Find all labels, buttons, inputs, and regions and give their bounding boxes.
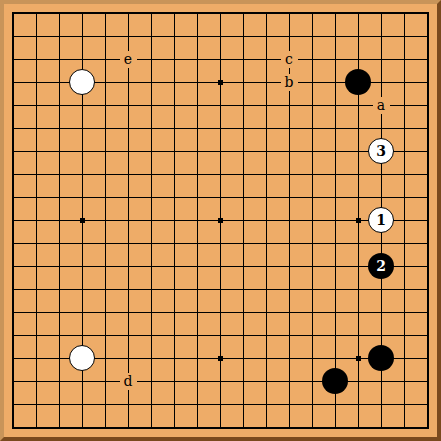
hoshi-star-point (218, 356, 223, 361)
hoshi-star-point (356, 218, 361, 223)
point-label-d[interactable]: d (120, 373, 137, 390)
black-stone-2[interactable]: 2 (368, 253, 394, 279)
white-stone[interactable] (69, 345, 95, 371)
hoshi-star-point (218, 218, 223, 223)
black-stone[interactable] (368, 345, 394, 371)
white-stone-1[interactable]: 1 (368, 207, 394, 233)
go-board[interactable]: ecbad312 (2, 2, 439, 439)
white-stone-3[interactable]: 3 (368, 138, 394, 164)
hoshi-star-point (80, 218, 85, 223)
point-label-a[interactable]: a (373, 97, 390, 114)
hoshi-star-point (356, 356, 361, 361)
hoshi-star-point (218, 80, 223, 85)
point-label-c[interactable]: c (281, 51, 298, 68)
point-label-b[interactable]: b (281, 74, 298, 91)
goban-frame: ecbad312 (0, 0, 441, 441)
point-label-e[interactable]: e (120, 51, 137, 68)
black-stone[interactable] (322, 368, 348, 394)
black-stone[interactable] (345, 69, 371, 95)
white-stone[interactable] (69, 69, 95, 95)
